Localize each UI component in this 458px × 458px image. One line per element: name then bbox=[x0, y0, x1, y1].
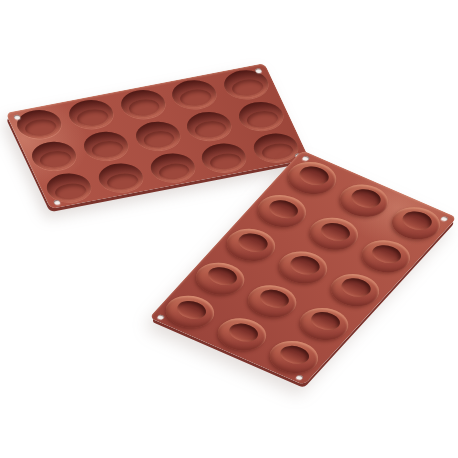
protruding-cavity bbox=[270, 245, 336, 290]
protruding-cavity bbox=[291, 301, 357, 346]
protruding-cavity bbox=[260, 335, 326, 380]
protruding-cavity bbox=[279, 156, 345, 201]
bump-recess bbox=[337, 275, 376, 300]
protruding-cavity bbox=[249, 189, 315, 234]
protruding-cavity bbox=[239, 279, 305, 324]
bump-recess bbox=[398, 208, 437, 233]
bump-recess bbox=[224, 320, 263, 345]
corner-hole bbox=[157, 314, 166, 320]
protruding-cavity bbox=[331, 178, 397, 223]
front-mold-shadow-wrapper bbox=[0, 0, 458, 458]
bump-recess bbox=[316, 219, 355, 244]
protruding-cavity bbox=[301, 212, 367, 257]
bump-recess bbox=[295, 163, 334, 188]
bump-recess bbox=[347, 186, 386, 211]
protruding-cavity bbox=[352, 234, 418, 279]
corner-hole bbox=[295, 374, 304, 380]
protruding-cavity bbox=[322, 268, 388, 313]
bump-recess bbox=[276, 342, 315, 367]
bump-recess bbox=[173, 297, 212, 322]
protruding-cavity bbox=[383, 201, 449, 246]
bump-recess bbox=[307, 309, 346, 334]
bump-recess bbox=[264, 197, 303, 222]
protruding-cavity bbox=[157, 290, 223, 335]
protruding-cavity bbox=[218, 223, 284, 268]
mold-front bbox=[149, 150, 457, 385]
corner-hole bbox=[302, 155, 311, 161]
product-photo bbox=[0, 0, 458, 458]
bump-recess bbox=[255, 286, 294, 311]
bump-recess bbox=[234, 230, 273, 255]
protruding-cavity bbox=[188, 256, 254, 301]
bump-recess bbox=[203, 264, 242, 289]
bump-recess bbox=[285, 253, 324, 278]
corner-hole bbox=[440, 215, 449, 221]
bump-recess bbox=[368, 242, 407, 267]
protruding-cavity bbox=[209, 312, 275, 357]
